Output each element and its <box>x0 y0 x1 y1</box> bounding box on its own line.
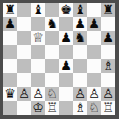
square-d1[interactable]: ♖ <box>45 101 59 115</box>
piece-black-pawn: ♟ <box>59 59 73 73</box>
square-e3[interactable] <box>59 73 73 87</box>
piece-black-knight: ♞ <box>45 17 59 31</box>
square-a1[interactable] <box>3 101 17 115</box>
piece-black-bishop: ♝ <box>31 3 45 17</box>
square-h4[interactable]: ♗ <box>101 59 115 73</box>
square-a4[interactable] <box>3 59 17 73</box>
square-h6[interactable]: ♟ <box>101 31 115 45</box>
piece-white-queen: ♕ <box>31 31 45 45</box>
piece-black-rook: ♜ <box>3 3 17 17</box>
square-g4[interactable] <box>87 59 101 73</box>
piece-white-knight: ♘ <box>87 101 101 115</box>
piece-white-bishop: ♗ <box>101 59 115 73</box>
piece-black-queen: ♛ <box>3 87 17 101</box>
square-d2[interactable]: ♘ <box>45 87 59 101</box>
piece-black-pawn: ♟ <box>59 31 73 45</box>
piece-white-pawn: ♙ <box>101 87 115 101</box>
square-g3[interactable] <box>87 73 101 87</box>
piece-white-pawn: ♙ <box>73 87 87 101</box>
piece-white-king: ♔ <box>31 101 45 115</box>
piece-black-pawn: ♟ <box>73 17 87 31</box>
square-f6[interactable]: ♞ <box>73 31 87 45</box>
piece-white-pawn: ♙ <box>31 87 45 101</box>
square-e1[interactable] <box>59 101 73 115</box>
square-f1[interactable]: ♗ <box>73 101 87 115</box>
square-e6[interactable]: ♟ <box>59 31 73 45</box>
square-f4[interactable] <box>73 59 87 73</box>
chess-board: ♜♝♚♝♜♟♞♟♟♕♟♞♟♟♗♛♙♙♘♙♙♙♔♖♗♘♖ <box>3 3 115 115</box>
square-c1[interactable]: ♔ <box>31 101 45 115</box>
square-a7[interactable]: ♟ <box>3 17 17 31</box>
square-d6[interactable] <box>45 31 59 45</box>
piece-black-pawn: ♟ <box>87 17 101 31</box>
square-h1[interactable]: ♖ <box>101 101 115 115</box>
square-c6[interactable]: ♕ <box>31 31 45 45</box>
square-h8[interactable]: ♜ <box>101 3 115 17</box>
square-h2[interactable]: ♙ <box>101 87 115 101</box>
square-d5[interactable] <box>45 45 59 59</box>
square-a2[interactable]: ♛ <box>3 87 17 101</box>
square-f5[interactable] <box>73 45 87 59</box>
piece-white-bishop: ♗ <box>73 101 87 115</box>
square-g7[interactable]: ♟ <box>87 17 101 31</box>
square-c2[interactable]: ♙ <box>31 87 45 101</box>
square-d8[interactable] <box>45 3 59 17</box>
piece-black-pawn: ♟ <box>101 31 115 45</box>
square-g5[interactable] <box>87 45 101 59</box>
square-h7[interactable] <box>101 17 115 31</box>
square-c4[interactable] <box>31 59 45 73</box>
square-d3[interactable] <box>45 73 59 87</box>
square-b6[interactable] <box>17 31 31 45</box>
square-f7[interactable]: ♟ <box>73 17 87 31</box>
square-b3[interactable] <box>17 73 31 87</box>
square-c5[interactable] <box>31 45 45 59</box>
square-a5[interactable] <box>3 45 17 59</box>
square-b8[interactable] <box>17 3 31 17</box>
piece-white-pawn: ♙ <box>17 87 31 101</box>
square-c8[interactable]: ♝ <box>31 3 45 17</box>
piece-black-pawn: ♟ <box>3 17 17 31</box>
square-b2[interactable]: ♙ <box>17 87 31 101</box>
piece-black-knight: ♞ <box>73 31 87 45</box>
square-h3[interactable] <box>101 73 115 87</box>
square-b5[interactable] <box>17 45 31 59</box>
square-e4[interactable]: ♟ <box>59 59 73 73</box>
square-b7[interactable] <box>17 17 31 31</box>
piece-white-rook: ♖ <box>101 101 115 115</box>
square-b1[interactable] <box>17 101 31 115</box>
piece-black-bishop: ♝ <box>73 3 87 17</box>
square-h5[interactable] <box>101 45 115 59</box>
square-g8[interactable] <box>87 3 101 17</box>
square-f2[interactable]: ♙ <box>73 87 87 101</box>
square-e7[interactable] <box>59 17 73 31</box>
square-a8[interactable]: ♜ <box>3 3 17 17</box>
square-e2[interactable] <box>59 87 73 101</box>
square-g6[interactable] <box>87 31 101 45</box>
square-d7[interactable]: ♞ <box>45 17 59 31</box>
square-f3[interactable] <box>73 73 87 87</box>
square-g2[interactable]: ♙ <box>87 87 101 101</box>
square-c3[interactable] <box>31 73 45 87</box>
piece-white-knight: ♘ <box>45 87 59 101</box>
square-g1[interactable]: ♘ <box>87 101 101 115</box>
square-c7[interactable] <box>31 17 45 31</box>
square-e8[interactable]: ♚ <box>59 3 73 17</box>
square-d4[interactable] <box>45 59 59 73</box>
piece-white-pawn: ♙ <box>87 87 101 101</box>
square-b4[interactable] <box>17 59 31 73</box>
square-a6[interactable] <box>3 31 17 45</box>
piece-white-rook: ♖ <box>45 101 59 115</box>
piece-black-king: ♚ <box>59 3 73 17</box>
square-e5[interactable] <box>59 45 73 59</box>
piece-black-rook: ♜ <box>101 3 115 17</box>
square-f8[interactable]: ♝ <box>73 3 87 17</box>
square-a3[interactable] <box>3 73 17 87</box>
chess-board-frame: ♜♝♚♝♜♟♞♟♟♕♟♞♟♟♗♛♙♙♘♙♙♙♔♖♗♘♖ <box>0 0 119 119</box>
